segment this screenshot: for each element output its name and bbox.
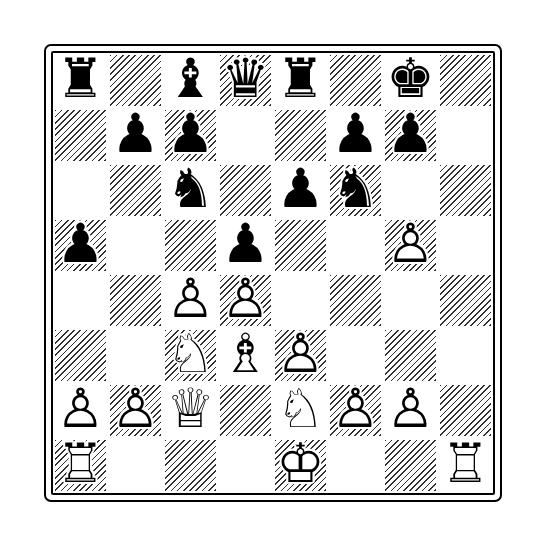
- square-e2[interactable]: ♞♘: [273, 383, 328, 438]
- square-b6[interactable]: [108, 163, 163, 218]
- square-h6[interactable]: [438, 163, 493, 218]
- white-pawn-icon: ♙: [276, 326, 324, 380]
- piece-black-pawn-b7: ♟: [108, 108, 163, 163]
- square-b8[interactable]: [108, 53, 163, 108]
- black-pawn-icon: ♟: [276, 161, 324, 215]
- piece-black-rook-e8: ♜: [273, 53, 328, 108]
- white-rook-icon: ♖: [56, 436, 104, 490]
- white-pawn-icon: ♙: [111, 381, 159, 435]
- piece-black-pawn-c7: ♟: [165, 110, 216, 161]
- square-d4[interactable]: ♟♙: [218, 273, 273, 328]
- black-pawn-icon: ♟: [331, 106, 379, 160]
- chess-board-inner-border: ♜♝♛♜♚♟♟♟♟♞♟♞♟♟♟♙♟♙♟♙♞♘♝♗♟♙♟♙♟♙♛♕♞♘♟♙♟♙♜♖…: [51, 51, 495, 495]
- piece-black-pawn-g7: ♟: [385, 110, 436, 161]
- piece-white-king-e1: ♚♔: [275, 440, 326, 491]
- white-king-icon: ♔: [276, 436, 324, 490]
- piece-white-pawn-b2: ♟♙: [110, 385, 161, 436]
- square-d8[interactable]: ♛: [218, 53, 273, 108]
- piece-black-pawn-e6: ♟: [273, 163, 328, 218]
- piece-black-pawn-a5: ♟: [55, 220, 106, 271]
- square-a3[interactable]: [53, 328, 108, 383]
- chess-board-frame: ♜♝♛♜♚♟♟♟♟♞♟♞♟♟♟♙♟♙♟♙♞♘♝♗♟♙♟♙♟♙♛♕♞♘♟♙♟♙♜♖…: [44, 44, 502, 502]
- square-e8[interactable]: ♜: [273, 53, 328, 108]
- square-e1[interactable]: ♚♔: [273, 438, 328, 493]
- piece-white-bishop-d3: ♝♗: [218, 328, 273, 383]
- square-g1[interactable]: [383, 438, 438, 493]
- square-b4[interactable]: [108, 273, 163, 328]
- square-f7[interactable]: ♟: [328, 108, 383, 163]
- square-f2[interactable]: ♟♙: [328, 383, 383, 438]
- piece-black-pawn-d5: ♟: [218, 218, 273, 273]
- black-pawn-icon: ♟: [56, 216, 104, 270]
- square-a7[interactable]: [53, 108, 108, 163]
- piece-black-pawn-f7: ♟: [328, 108, 383, 163]
- piece-white-rook-a1: ♜♖: [55, 440, 106, 491]
- square-c6[interactable]: ♞: [163, 163, 218, 218]
- piece-white-pawn-d4: ♟♙: [220, 275, 271, 326]
- square-d5[interactable]: ♟: [218, 218, 273, 273]
- white-rook-icon: ♖: [441, 436, 489, 490]
- piece-white-pawn-e3: ♟♙: [275, 330, 326, 381]
- square-a2[interactable]: ♟♙: [53, 383, 108, 438]
- piece-white-pawn-g2: ♟♙: [383, 383, 438, 438]
- square-e3[interactable]: ♟♙: [273, 328, 328, 383]
- square-f4[interactable]: [328, 273, 383, 328]
- square-e6[interactable]: ♟: [273, 163, 328, 218]
- black-knight-icon: ♞: [166, 161, 214, 215]
- square-e5[interactable]: [273, 218, 328, 273]
- black-pawn-icon: ♟: [166, 106, 214, 160]
- square-g3[interactable]: [383, 328, 438, 383]
- square-d3[interactable]: ♝♗: [218, 328, 273, 383]
- square-a8[interactable]: ♜: [53, 53, 108, 108]
- square-f8[interactable]: [328, 53, 383, 108]
- square-c3[interactable]: ♞♘: [163, 328, 218, 383]
- piece-white-pawn-g5: ♟♙: [385, 220, 436, 271]
- black-pawn-icon: ♟: [111, 106, 159, 160]
- white-pawn-icon: ♙: [386, 381, 434, 435]
- piece-white-pawn-a2: ♟♙: [53, 383, 108, 438]
- white-pawn-icon: ♙: [386, 216, 434, 270]
- white-knight-icon: ♘: [276, 381, 324, 435]
- square-a4[interactable]: [53, 273, 108, 328]
- square-c7[interactable]: ♟: [163, 108, 218, 163]
- piece-black-king-g8: ♚: [383, 53, 438, 108]
- black-pawn-icon: ♟: [221, 216, 269, 270]
- piece-black-rook-a8: ♜: [53, 53, 108, 108]
- square-e4[interactable]: [273, 273, 328, 328]
- square-h8[interactable]: [438, 53, 493, 108]
- square-d7[interactable]: [218, 108, 273, 163]
- square-h3[interactable]: [438, 328, 493, 383]
- square-c2[interactable]: ♛♕: [163, 383, 218, 438]
- black-rook-icon: ♜: [56, 51, 104, 105]
- square-e7[interactable]: [273, 108, 328, 163]
- square-g7[interactable]: ♟: [383, 108, 438, 163]
- piece-black-knight-c6: ♞: [163, 163, 218, 218]
- white-pawn-icon: ♙: [166, 271, 214, 325]
- black-queen-icon: ♛: [221, 51, 269, 105]
- square-b2[interactable]: ♟♙: [108, 383, 163, 438]
- square-c4[interactable]: ♟♙: [163, 273, 218, 328]
- piece-white-knight-e2: ♞♘: [273, 383, 328, 438]
- piece-black-bishop-c8: ♝: [163, 53, 218, 108]
- square-h1[interactable]: ♜♖: [438, 438, 493, 493]
- square-a1[interactable]: ♜♖: [53, 438, 108, 493]
- square-f6[interactable]: ♞: [328, 163, 383, 218]
- white-bishop-icon: ♗: [221, 326, 269, 380]
- square-f1[interactable]: [328, 438, 383, 493]
- piece-white-pawn-c4: ♟♙: [163, 273, 218, 328]
- black-rook-icon: ♜: [276, 51, 324, 105]
- square-h4[interactable]: [438, 273, 493, 328]
- square-d2[interactable]: [218, 383, 273, 438]
- black-pawn-icon: ♟: [386, 106, 434, 160]
- square-d1[interactable]: [218, 438, 273, 493]
- square-h2[interactable]: [438, 383, 493, 438]
- square-a5[interactable]: ♟: [53, 218, 108, 273]
- square-b5[interactable]: [108, 218, 163, 273]
- piece-white-rook-h1: ♜♖: [438, 438, 493, 493]
- square-h5[interactable]: [438, 218, 493, 273]
- square-c5[interactable]: [163, 218, 218, 273]
- chess-board: ♜♝♛♜♚♟♟♟♟♞♟♞♟♟♟♙♟♙♟♙♞♘♝♗♟♙♟♙♟♙♛♕♞♘♟♙♟♙♜♖…: [53, 53, 493, 493]
- square-g6[interactable]: [383, 163, 438, 218]
- piece-black-knight-f6: ♞: [330, 165, 381, 216]
- square-g8[interactable]: ♚: [383, 53, 438, 108]
- square-a6[interactable]: [53, 163, 108, 218]
- square-h7[interactable]: [438, 108, 493, 163]
- square-c8[interactable]: ♝: [163, 53, 218, 108]
- square-d6[interactable]: [218, 163, 273, 218]
- black-bishop-icon: ♝: [166, 51, 214, 105]
- square-g4[interactable]: [383, 273, 438, 328]
- piece-white-queen-c2: ♛♕: [163, 383, 218, 438]
- piece-black-queen-d8: ♛: [220, 55, 271, 106]
- white-pawn-icon: ♙: [331, 381, 379, 435]
- black-knight-icon: ♞: [331, 161, 379, 215]
- square-c1[interactable]: [163, 438, 218, 493]
- square-g5[interactable]: ♟♙: [383, 218, 438, 273]
- piece-white-knight-c3: ♞♘: [165, 330, 216, 381]
- white-knight-icon: ♘: [166, 326, 214, 380]
- square-f5[interactable]: [328, 218, 383, 273]
- square-g2[interactable]: ♟♙: [383, 383, 438, 438]
- square-f3[interactable]: [328, 328, 383, 383]
- white-pawn-icon: ♙: [56, 381, 104, 435]
- white-queen-icon: ♕: [166, 381, 214, 435]
- piece-white-pawn-f2: ♟♙: [330, 385, 381, 436]
- square-b1[interactable]: [108, 438, 163, 493]
- black-king-icon: ♚: [386, 51, 434, 105]
- square-b7[interactable]: ♟: [108, 108, 163, 163]
- white-pawn-icon: ♙: [221, 271, 269, 325]
- square-b3[interactable]: [108, 328, 163, 383]
